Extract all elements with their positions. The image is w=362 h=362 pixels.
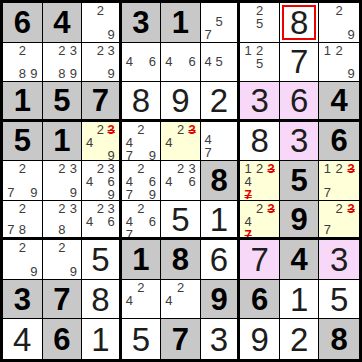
candidate-7: 7	[5, 186, 17, 199]
candidate-grid: 237	[319, 201, 359, 238]
cell-r7c1[interactable]: 29	[3, 240, 43, 280]
cell-r4c1[interactable]: 5	[3, 122, 43, 162]
given-digit: 5	[53, 85, 70, 116]
cell-r4c4[interactable]: 2479	[122, 122, 162, 162]
candidate-9: 9	[28, 67, 40, 80]
cell-r7c2[interactable]: 29	[43, 240, 83, 280]
candidate-2: 2	[17, 241, 29, 254]
cell-r2c3[interactable]: 239	[82, 43, 122, 83]
candidate-4: 4	[163, 175, 175, 188]
cell-r4c9[interactable]: 6	[319, 122, 359, 162]
candidate-2: 2	[95, 4, 106, 17]
cell-r3c7[interactable]: 3	[240, 82, 280, 122]
entered-digit: 1	[210, 203, 228, 236]
candidate-2: 2	[56, 202, 68, 215]
cell-r6c3[interactable]: 2346	[82, 201, 122, 241]
candidate-7-eliminated: 7	[242, 228, 254, 241]
candidate-6: 6	[186, 175, 198, 188]
candidate-9: 9	[28, 265, 40, 278]
given-digit: 5	[14, 125, 31, 156]
candidate-3-eliminated: 3	[345, 162, 357, 175]
candidate-9: 9	[147, 149, 159, 162]
candidate-9: 9	[106, 28, 117, 41]
candidate-grid: 129	[319, 43, 359, 82]
candidate-grid: 24	[122, 280, 161, 319]
cell-r7c7[interactable]: 7	[240, 240, 280, 280]
cell-r4c7[interactable]: 8	[240, 122, 280, 162]
entered-digit: 7	[250, 243, 268, 276]
candidate-3-eliminated: 3	[186, 123, 198, 136]
cell-r8c4[interactable]: 24	[122, 280, 162, 320]
candidate-grid: 29	[3, 240, 42, 279]
cell-r1c8[interactable]: 8	[280, 3, 320, 43]
entered-digit: 5	[132, 323, 150, 356]
entered-digit: 3	[290, 124, 308, 157]
candidate-2: 2	[333, 4, 345, 17]
candidate-2: 2	[17, 202, 29, 215]
candidate-2: 2	[95, 202, 106, 215]
candidate-4: 4	[163, 136, 175, 149]
candidate-grid: 1237	[319, 161, 359, 200]
candidate-5: 5	[214, 55, 225, 68]
candidate-4: 4	[124, 215, 136, 228]
candidate-5: 5	[254, 57, 266, 70]
candidate-grid: 125	[240, 43, 279, 82]
candidate-2: 2	[135, 202, 147, 215]
entered-digit: 1	[91, 323, 109, 356]
entered-digit: 6	[290, 84, 308, 117]
candidate-9: 9	[28, 186, 40, 199]
candidate-2: 2	[254, 44, 266, 57]
cell-r1c6[interactable]: 57	[201, 3, 241, 43]
cell-r1c2[interactable]: 4	[43, 3, 83, 43]
candidate-2: 2	[333, 44, 345, 57]
cell-r7c6[interactable]: 6	[201, 240, 241, 280]
candidate-8: 8	[17, 223, 29, 236]
cell-r5c6[interactable]: 8	[201, 161, 241, 201]
candidate-grid: 29	[82, 3, 119, 42]
cell-r6c5[interactable]: 5	[161, 201, 201, 241]
cell-r2c2[interactable]: 2389	[43, 43, 83, 83]
cell-r2c8[interactable]: 7	[280, 43, 320, 83]
given-digit: 4	[53, 7, 70, 38]
given-digit: 6	[331, 125, 348, 156]
candidate-grid: 46	[161, 43, 200, 82]
cell-r3c3[interactable]: 7	[82, 82, 122, 122]
cell-r9c6[interactable]: 3	[201, 319, 241, 359]
candidate-4: 4	[163, 55, 175, 68]
cell-r2c6[interactable]: 45	[201, 43, 241, 83]
entered-digit: 3	[250, 84, 268, 117]
candidate-grid: 47	[201, 122, 238, 161]
candidate-2: 2	[135, 162, 147, 175]
candidate-grid: 2467	[122, 201, 161, 238]
cell-r6c4[interactable]: 2467	[122, 201, 162, 241]
given-digit: 3	[14, 284, 31, 315]
candidate-grid: 12347	[240, 161, 279, 200]
candidate-3-eliminated: 3	[345, 202, 357, 215]
candidate-grid: 278	[3, 201, 42, 238]
cell-r7c4[interactable]: 1	[122, 240, 162, 280]
candidate-3-eliminated: 3	[265, 202, 277, 215]
entered-digit: 9	[171, 84, 189, 117]
candidate-2: 2	[175, 123, 187, 136]
candidate-grid: 2389	[43, 43, 82, 82]
candidate-2: 2	[95, 162, 106, 175]
entered-digit: 8	[91, 283, 109, 316]
candidate-4: 4	[84, 175, 95, 188]
candidate-2: 2	[175, 281, 187, 294]
candidate-grid: 2346	[82, 201, 119, 238]
cell-r4c2[interactable]: 1	[43, 122, 83, 162]
cell-r1c1[interactable]: 6	[3, 3, 43, 43]
candidate-9: 9	[345, 67, 357, 80]
candidate-4: 4	[203, 55, 214, 68]
cell-r8c9[interactable]: 5	[319, 280, 359, 320]
given-digit: 8	[331, 324, 348, 355]
candidate-1: 1	[242, 44, 254, 57]
candidate-grid: 239	[82, 43, 119, 82]
candidate-7: 7	[203, 28, 214, 41]
cell-r3c1[interactable]: 1	[3, 82, 43, 122]
cell-r5c4[interactable]: 24679	[122, 161, 162, 201]
cell-r8c6[interactable]: 9	[201, 280, 241, 320]
cell-r2c4[interactable]: 46	[122, 43, 162, 83]
candidate-2: 2	[56, 44, 68, 57]
candidate-7: 7	[203, 146, 214, 159]
candidate-6: 6	[147, 55, 159, 68]
given-digit: 6	[14, 7, 31, 38]
given-digit: 6	[53, 324, 70, 355]
candidate-7: 7	[5, 223, 17, 236]
candidate-3: 3	[68, 202, 80, 215]
candidate-1: 1	[321, 162, 333, 175]
candidate-2: 2	[135, 281, 147, 294]
cell-r4c8[interactable]: 3	[280, 122, 320, 162]
candidate-grid: 23469	[82, 161, 119, 200]
cell-r3c2[interactable]: 5	[43, 82, 83, 122]
candidate-2: 2	[56, 241, 68, 254]
candidate-5: 5	[254, 17, 266, 30]
sudoku-board: 6429315725829289238923946464512571291578…	[0, 0, 362, 362]
candidate-3: 3	[106, 44, 117, 57]
cell-r9c7[interactable]: 9	[240, 319, 280, 359]
entered-digit: 3	[210, 323, 228, 356]
given-digit: 1	[14, 85, 31, 116]
candidate-4: 4	[124, 136, 136, 149]
cell-r1c4[interactable]: 3	[122, 3, 162, 43]
cell-r5c7[interactable]: 12347	[240, 161, 280, 201]
candidate-6: 6	[147, 215, 159, 228]
entered-digit: 5	[330, 283, 348, 316]
cell-r7c8[interactable]: 4	[280, 240, 320, 280]
candidate-2: 2	[56, 162, 68, 175]
given-digit: 5	[291, 165, 308, 196]
candidate-2: 2	[175, 162, 187, 175]
cell-r4c3[interactable]: 2349	[82, 122, 122, 162]
candidate-2: 2	[95, 44, 106, 57]
candidate-grid: 57	[201, 3, 238, 42]
candidate-2: 2	[254, 162, 266, 175]
entered-digit: 8	[250, 124, 268, 157]
entered-digit: 9	[250, 323, 268, 356]
candidate-9: 9	[345, 28, 357, 41]
entered-digit: 4	[13, 323, 31, 356]
candidate-grid: 234	[161, 122, 200, 161]
cell-r7c9[interactable]: 3	[319, 240, 359, 280]
entered-digit: 2	[210, 84, 228, 117]
cell-r8c3[interactable]: 8	[82, 280, 122, 320]
candidate-7-eliminated: 7	[242, 188, 254, 201]
cell-r9c3[interactable]: 1	[82, 319, 122, 359]
candidate-2: 2	[254, 202, 266, 215]
cell-r2c1[interactable]: 289	[3, 43, 43, 83]
entered-digit: 8	[290, 6, 308, 39]
cell-r3c9[interactable]: 4	[319, 82, 359, 122]
given-digit: 7	[92, 85, 109, 116]
given-digit: 4	[331, 85, 348, 116]
candidate-7: 7	[321, 186, 333, 199]
cell-r5c9[interactable]: 1237	[319, 161, 359, 201]
given-digit: 1	[53, 125, 70, 156]
candidate-grid: 25	[240, 3, 279, 42]
cell-r8c7[interactable]: 6	[240, 280, 280, 320]
cell-r4c6[interactable]: 47	[201, 122, 241, 162]
cell-r2c5[interactable]: 46	[161, 43, 201, 83]
given-digit: 6	[251, 284, 268, 315]
entered-digit: 2	[290, 323, 308, 356]
candidate-4: 4	[163, 294, 175, 307]
candidate-grid: 2347	[240, 201, 279, 238]
cell-r5c3[interactable]: 23469	[82, 161, 122, 201]
candidate-grid: 29	[43, 240, 82, 279]
entered-digit: 3	[330, 243, 348, 276]
candidate-grid: 24679	[122, 161, 161, 200]
cell-r8c5[interactable]: 24	[161, 280, 201, 320]
candidate-2: 2	[333, 202, 345, 215]
candidate-7: 7	[124, 188, 136, 201]
cell-r3c8[interactable]: 6	[280, 82, 320, 122]
given-digit: 7	[172, 324, 189, 355]
candidate-9: 9	[68, 186, 80, 199]
candidate-7: 7	[321, 223, 333, 236]
candidate-4: 4	[242, 215, 254, 228]
candidate-9: 9	[106, 149, 117, 162]
candidate-3: 3	[106, 202, 117, 215]
candidate-2: 2	[17, 162, 29, 175]
given-digit: 4	[291, 244, 308, 275]
cell-r2c9[interactable]: 129	[319, 43, 359, 83]
cell-r6c9[interactable]: 237	[319, 201, 359, 241]
entered-digit: 6	[210, 243, 228, 276]
entered-digit: 5	[91, 243, 109, 276]
candidate-grid: 24	[161, 280, 200, 319]
candidate-grid: 2346	[161, 161, 200, 200]
candidate-grid: 289	[3, 43, 42, 82]
cell-r1c5[interactable]: 1	[161, 3, 201, 43]
cell-r3c4[interactable]: 8	[122, 82, 162, 122]
cell-r6c2[interactable]: 238	[43, 201, 83, 241]
given-digit: 9	[210, 284, 227, 315]
candidate-9: 9	[106, 188, 117, 201]
given-digit: 8	[172, 244, 189, 275]
given-digit: 1	[172, 7, 189, 38]
cell-r5c5[interactable]: 2346	[161, 161, 201, 201]
candidate-2: 2	[333, 162, 345, 175]
given-digit: 1	[132, 244, 149, 275]
candidate-8: 8	[56, 223, 68, 236]
cell-r1c9[interactable]: 29	[319, 3, 359, 43]
cell-r9c4[interactable]: 5	[122, 319, 162, 359]
candidate-4: 4	[124, 294, 136, 307]
candidate-6: 6	[106, 215, 117, 228]
cell-r2c7[interactable]: 125	[240, 43, 280, 83]
cell-r5c8[interactable]: 5	[280, 161, 320, 201]
candidate-7: 7	[124, 228, 136, 241]
cell-r4c5[interactable]: 234	[161, 122, 201, 162]
candidate-grid: 29	[319, 3, 359, 42]
candidate-3: 3	[68, 162, 80, 175]
given-digit: 3	[132, 7, 149, 38]
candidate-grid: 2349	[82, 122, 119, 161]
cell-r8c1[interactable]: 3	[3, 280, 43, 320]
candidate-5: 5	[214, 15, 225, 28]
cell-r9c2[interactable]: 6	[43, 319, 83, 359]
candidate-grid: 279	[3, 161, 42, 200]
cell-r7c5[interactable]: 8	[161, 240, 201, 280]
candidate-2: 2	[95, 123, 106, 136]
cell-r9c8[interactable]: 2	[280, 319, 320, 359]
cell-r5c1[interactable]: 279	[3, 161, 43, 201]
candidate-3-eliminated: 3	[265, 162, 277, 175]
candidate-6: 6	[186, 55, 198, 68]
cell-r6c7[interactable]: 2347	[240, 201, 280, 241]
candidate-2: 2	[17, 44, 29, 57]
candidate-4: 4	[84, 136, 95, 149]
cell-r3c6[interactable]: 2	[201, 82, 241, 122]
cell-r8c2[interactable]: 7	[43, 280, 83, 320]
candidate-8: 8	[17, 67, 29, 80]
candidate-4: 4	[84, 215, 95, 228]
cell-r6c6[interactable]: 1	[201, 201, 241, 241]
cell-r7c3[interactable]: 5	[82, 240, 122, 280]
given-digit: 7	[53, 284, 70, 315]
candidate-9: 9	[68, 265, 80, 278]
candidate-9: 9	[106, 67, 117, 80]
cell-r9c5[interactable]: 7	[161, 319, 201, 359]
candidate-grid: 238	[43, 201, 82, 238]
cell-r1c7[interactable]: 25	[240, 3, 280, 43]
candidate-1: 1	[321, 44, 333, 57]
cell-r8c8[interactable]: 1	[280, 280, 320, 320]
given-digit: 9	[291, 204, 308, 235]
cell-r1c3[interactable]: 29	[82, 3, 122, 43]
candidate-9: 9	[68, 67, 80, 80]
candidate-grid: 2479	[122, 122, 161, 161]
candidate-3: 3	[68, 44, 80, 57]
given-digit: 8	[210, 165, 227, 196]
entered-digit: 8	[132, 84, 150, 117]
candidate-grid: 239	[43, 161, 82, 200]
candidate-3-eliminated: 3	[106, 123, 117, 136]
cell-r3c5[interactable]: 9	[161, 82, 201, 122]
entered-digit: 1	[290, 283, 308, 316]
candidate-grid: 45	[201, 43, 238, 82]
candidate-2: 2	[135, 123, 147, 136]
entered-digit: 5	[171, 203, 189, 236]
entered-digit: 7	[290, 45, 308, 78]
candidate-4: 4	[124, 55, 136, 68]
cell-r9c9[interactable]: 8	[319, 319, 359, 359]
candidate-8: 8	[56, 67, 68, 80]
candidate-7: 7	[124, 149, 136, 162]
candidate-grid: 46	[122, 43, 161, 82]
cell-r9c1[interactable]: 4	[3, 319, 43, 359]
cell-r5c2[interactable]: 239	[43, 161, 83, 201]
cell-r6c8[interactable]: 9	[280, 201, 320, 241]
candidate-9: 9	[147, 188, 159, 201]
cell-r6c1[interactable]: 278	[3, 201, 43, 241]
